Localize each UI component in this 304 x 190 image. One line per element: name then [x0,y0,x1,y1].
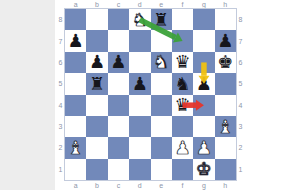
square-c6[interactable]: ♟ [108,52,129,73]
file-label-g: g [193,181,214,190]
square-f2[interactable]: ♟ [172,137,193,158]
square-g1[interactable]: ♚ [193,159,214,180]
file-label-h: h [215,0,236,9]
black-pawn-h7: ♟ [215,30,236,51]
square-h6[interactable]: ♚ [215,52,236,73]
white-bishop-a2: ♝ [65,137,86,158]
black-rook-e8: ♜ [151,9,172,30]
square-a8[interactable] [65,9,86,30]
square-h8[interactable] [215,9,236,30]
square-g8[interactable] [193,9,214,30]
square-a6[interactable] [65,52,86,73]
rank-label-7: 7 [56,30,65,51]
square-f1[interactable] [172,159,193,180]
square-d4[interactable] [129,95,150,116]
square-c7[interactable] [108,30,129,51]
square-c5[interactable] [108,73,129,94]
file-label-b: b [86,0,107,9]
file-labels-bottom: abcdefgh [65,181,236,190]
square-d6[interactable] [129,52,150,73]
square-g6[interactable] [193,52,214,73]
square-f4[interactable]: ♛ [172,95,193,116]
square-g2[interactable]: ♟ [193,137,214,158]
file-labels-top: abcdefgh [65,0,236,9]
file-label-d: d [129,181,150,190]
square-e7[interactable] [151,30,172,51]
white-bishop-h3: ♝ [215,116,236,137]
screenshot-root: abcdefgh abcdefgh 87654321 87654321 ♞♜♟♟… [0,0,304,190]
square-h5[interactable] [215,73,236,94]
square-h4[interactable] [215,95,236,116]
white-knight-e6: ♞ [151,52,172,73]
black-pawn-c6: ♟ [108,52,129,73]
file-label-c: c [108,0,129,9]
white-pawn-f2: ♟ [172,137,193,158]
rank-label-4: 4 [56,95,65,116]
file-label-g: g [193,0,214,9]
black-king-h6: ♚ [215,52,236,73]
rank-label-7: 7 [236,30,245,51]
square-h7[interactable]: ♟ [215,30,236,51]
rank-label-5: 5 [236,73,245,94]
file-label-e: e [151,0,172,9]
rank-label-2: 2 [236,137,245,158]
square-a1[interactable] [65,159,86,180]
black-queen-f4: ♛ [172,95,193,116]
file-label-f: f [172,181,193,190]
rank-label-6: 6 [236,52,245,73]
white-pawn-g2: ♟ [193,137,214,158]
square-c3[interactable] [108,116,129,137]
black-rook-b5: ♜ [86,73,107,94]
rank-label-6: 6 [56,52,65,73]
file-label-d: d [129,0,150,9]
square-a5[interactable] [65,73,86,94]
square-a2[interactable]: ♝ [65,137,86,158]
square-e6[interactable]: ♞ [151,52,172,73]
white-king-g1: ♚ [193,159,214,180]
square-e5[interactable] [151,73,172,94]
square-c8[interactable] [108,9,129,30]
square-b5[interactable]: ♜ [86,73,107,94]
rank-label-5: 5 [56,73,65,94]
white-knight-d8: ♞ [129,9,150,30]
rank-label-4: 4 [236,95,245,116]
chess-board[interactable]: ♞♜♟♟♟♟♞♛♚♜♟♞♟♛♝♝♟♟♚ [65,9,236,180]
rank-labels-left: 87654321 [56,9,65,180]
square-d5[interactable]: ♟ [129,73,150,94]
file-label-h: h [215,181,236,190]
file-label-a: a [65,0,86,9]
file-label-a: a [65,181,86,190]
rank-labels-right: 87654321 [236,9,245,180]
square-b1[interactable] [86,159,107,180]
square-a4[interactable] [65,95,86,116]
square-d7[interactable] [129,30,150,51]
square-c1[interactable] [108,159,129,180]
black-pawn-a7: ♟ [65,30,86,51]
black-pawn-d5: ♟ [129,73,150,94]
square-g3[interactable] [193,116,214,137]
square-b7[interactable] [86,30,107,51]
square-g4[interactable] [193,95,214,116]
square-h3[interactable]: ♝ [215,116,236,137]
square-e3[interactable] [151,116,172,137]
square-e2[interactable] [151,137,172,158]
left-gray-strip [0,0,55,190]
square-f6[interactable]: ♛ [172,52,193,73]
rank-label-3: 3 [56,116,65,137]
square-b6[interactable]: ♟ [86,52,107,73]
square-f7[interactable] [172,30,193,51]
square-h1[interactable] [215,159,236,180]
square-f8[interactable] [172,9,193,30]
file-label-b: b [86,181,107,190]
rank-label-8: 8 [236,9,245,30]
square-e1[interactable] [151,159,172,180]
square-d2[interactable] [129,137,150,158]
square-b2[interactable] [86,137,107,158]
square-b8[interactable] [86,9,107,30]
black-pawn-g5: ♟ [193,73,214,94]
rank-label-1: 1 [236,159,245,180]
file-label-c: c [108,181,129,190]
square-c4[interactable] [108,95,129,116]
square-d1[interactable] [129,159,150,180]
square-f5[interactable]: ♞ [172,73,193,94]
square-d8[interactable]: ♞ [129,9,150,30]
square-f3[interactable] [172,116,193,137]
rank-label-2: 2 [56,137,65,158]
square-h2[interactable] [215,137,236,158]
square-a3[interactable] [65,116,86,137]
square-c2[interactable] [108,137,129,158]
square-d3[interactable] [129,116,150,137]
black-queen-f6: ♛ [172,52,193,73]
rank-label-3: 3 [236,116,245,137]
black-pawn-b6: ♟ [86,52,107,73]
square-b3[interactable] [86,116,107,137]
rank-label-8: 8 [56,9,65,30]
rank-label-1: 1 [56,159,65,180]
black-knight-f5: ♞ [172,73,193,94]
square-e4[interactable] [151,95,172,116]
file-label-f: f [172,0,193,9]
square-g7[interactable] [193,30,214,51]
square-g5[interactable]: ♟ [193,73,214,94]
square-e8[interactable]: ♜ [151,9,172,30]
file-label-e: e [151,181,172,190]
square-b4[interactable] [86,95,107,116]
square-a7[interactable]: ♟ [65,30,86,51]
